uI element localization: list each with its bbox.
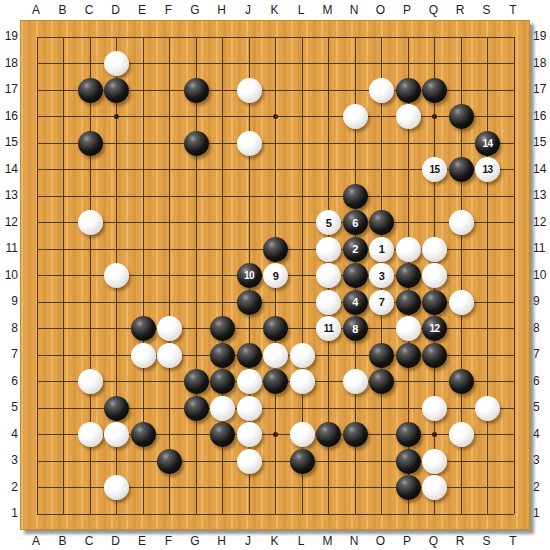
coordinate-label: Q — [421, 534, 447, 548]
coordinate-label: B — [50, 534, 76, 548]
move-number-label: 13 — [482, 164, 492, 175]
coordinate-label: 18 — [1, 56, 18, 70]
coordinate-label: 16 — [1, 109, 18, 123]
stone-black — [449, 369, 474, 394]
stone-black — [184, 369, 209, 394]
stone-black — [396, 449, 421, 474]
stone-black — [396, 475, 421, 500]
stone-black — [184, 396, 209, 421]
stone-white — [157, 316, 182, 341]
coordinate-label: F — [156, 534, 182, 548]
stone-white — [78, 210, 103, 235]
stone-white — [104, 422, 129, 447]
coordinate-label: Q — [421, 3, 447, 17]
coordinate-label: S — [474, 534, 500, 548]
stone-white — [78, 369, 103, 394]
coordinate-label: B — [50, 3, 76, 17]
stone-black — [184, 131, 209, 156]
coordinate-label: 10 — [1, 268, 18, 282]
stone-black: 8 — [343, 316, 368, 341]
stone-white — [237, 449, 262, 474]
stone-black — [369, 369, 394, 394]
coordinate-label: 9 — [1, 294, 18, 308]
stone-white — [422, 237, 447, 262]
stone-black — [104, 396, 129, 421]
coordinate-label: 8 — [1, 321, 18, 335]
stone-white: 9 — [263, 263, 288, 288]
coordinate-label: 10 — [533, 268, 550, 282]
coordinate-label: E — [129, 3, 155, 17]
stone-black — [131, 422, 156, 447]
coordinate-label: T — [500, 3, 526, 17]
coordinate-label: 15 — [533, 135, 550, 149]
stone-white — [422, 263, 447, 288]
stone-black — [449, 104, 474, 129]
stone-black — [343, 184, 368, 209]
stone-white — [237, 369, 262, 394]
stone-white: 13 — [475, 157, 500, 182]
stone-white — [263, 343, 288, 368]
stone-white — [131, 343, 156, 368]
coordinate-label: A — [23, 3, 49, 17]
stone-white — [449, 422, 474, 447]
stone-black — [210, 343, 235, 368]
stone-black — [131, 316, 156, 341]
coordinate-label: 4 — [1, 427, 18, 441]
stone-white: 5 — [316, 210, 341, 235]
coordinate-label: R — [447, 3, 473, 17]
coordinate-label: S — [474, 3, 500, 17]
stone-white: 7 — [369, 290, 394, 315]
stone-white — [237, 131, 262, 156]
stone-white — [422, 475, 447, 500]
coordinate-label: G — [182, 534, 208, 548]
coordinate-label: T — [500, 534, 526, 548]
stone-white — [237, 422, 262, 447]
coordinate-label: E — [129, 534, 155, 548]
stone-white — [237, 396, 262, 421]
stone-white — [449, 290, 474, 315]
stone-black: 4 — [343, 290, 368, 315]
stone-black — [237, 290, 262, 315]
coordinate-label: 6 — [533, 374, 550, 388]
coordinate-label: L — [288, 3, 314, 17]
coordinate-label: R — [447, 534, 473, 548]
star-point — [273, 432, 278, 437]
coordinate-label: H — [209, 534, 235, 548]
coordinate-label: H — [209, 3, 235, 17]
star-point — [273, 114, 278, 119]
move-number-label: 6 — [352, 217, 358, 229]
stone-black — [396, 263, 421, 288]
coordinate-label: P — [394, 3, 420, 17]
go-board[interactable]: 141513562110934711812 — [20, 20, 530, 530]
coordinate-label: 13 — [1, 188, 18, 202]
stone-white — [396, 316, 421, 341]
stone-black — [210, 316, 235, 341]
stone-black — [78, 131, 103, 156]
coordinate-label: O — [368, 3, 394, 17]
coordinate-label: 1 — [1, 506, 18, 520]
stone-white — [104, 475, 129, 500]
stone-black — [449, 157, 474, 182]
stone-white — [290, 369, 315, 394]
stone-black — [422, 78, 447, 103]
coordinate-label: 19 — [1, 29, 18, 43]
stone-black — [396, 422, 421, 447]
move-number-label: 2 — [352, 243, 358, 255]
stone-black: 14 — [475, 131, 500, 156]
stone-white: 3 — [369, 263, 394, 288]
coordinate-label: M — [315, 534, 341, 548]
coordinate-label: K — [262, 534, 288, 548]
stone-black — [237, 343, 262, 368]
stone-black — [396, 290, 421, 315]
stone-white — [210, 396, 235, 421]
coordinate-label: 3 — [1, 453, 18, 467]
stone-white: 15 — [422, 157, 447, 182]
stone-black — [157, 449, 182, 474]
star-point — [432, 432, 437, 437]
coordinate-label: 13 — [533, 188, 550, 202]
stone-white — [237, 78, 262, 103]
coordinate-label: P — [394, 534, 420, 548]
stone-black — [343, 422, 368, 447]
stone-white — [396, 237, 421, 262]
coordinate-label: J — [235, 534, 261, 548]
coordinate-label: F — [156, 3, 182, 17]
move-number-label: 10 — [244, 270, 254, 281]
stone-black — [343, 263, 368, 288]
coordinate-label: 17 — [533, 82, 550, 96]
stone-black — [316, 422, 341, 447]
coordinate-label: 6 — [1, 374, 18, 388]
stone-black — [78, 78, 103, 103]
stone-white — [316, 263, 341, 288]
coordinate-label: 4 — [533, 427, 550, 441]
coordinate-label: 3 — [533, 453, 550, 467]
coordinate-label: 14 — [1, 162, 18, 176]
coordinate-label: D — [103, 534, 129, 548]
coordinate-label: 12 — [533, 215, 550, 229]
move-number-label: 4 — [352, 296, 358, 308]
stone-black — [263, 369, 288, 394]
coordinate-label: C — [76, 534, 102, 548]
coordinate-label: 8 — [533, 321, 550, 335]
stone-white — [104, 263, 129, 288]
stone-white — [316, 237, 341, 262]
coordinate-label: 2 — [1, 480, 18, 494]
coordinate-label: G — [182, 3, 208, 17]
stone-black — [422, 290, 447, 315]
coordinate-label: 7 — [533, 347, 550, 361]
stone-black — [290, 449, 315, 474]
coordinate-label: K — [262, 3, 288, 17]
coordinate-label: 12 — [1, 215, 18, 229]
stone-white: 11 — [316, 316, 341, 341]
stone-black — [263, 316, 288, 341]
coordinate-label: L — [288, 534, 314, 548]
coordinate-label: 5 — [533, 400, 550, 414]
stone-white — [396, 104, 421, 129]
coordinate-label: 2 — [533, 480, 550, 494]
stone-white: 1 — [369, 237, 394, 262]
coordinate-label: 1 — [533, 506, 550, 520]
stone-black — [263, 237, 288, 262]
stone-white — [343, 369, 368, 394]
coordinate-label: 9 — [533, 294, 550, 308]
move-number-label: 14 — [482, 138, 492, 149]
stone-black — [210, 422, 235, 447]
stone-black — [396, 343, 421, 368]
coordinate-label: A — [23, 534, 49, 548]
move-number-label: 5 — [326, 217, 332, 229]
stone-black — [422, 343, 447, 368]
move-number-label: 12 — [429, 323, 439, 334]
stone-white — [422, 449, 447, 474]
coordinate-label: 11 — [1, 241, 18, 255]
coordinate-label: 7 — [1, 347, 18, 361]
stone-black — [210, 369, 235, 394]
coordinate-label: N — [341, 534, 367, 548]
coordinate-label: J — [235, 3, 261, 17]
stone-white — [157, 343, 182, 368]
stone-black — [396, 78, 421, 103]
stone-white — [104, 51, 129, 76]
move-number-label: 7 — [379, 296, 385, 308]
stone-black: 12 — [422, 316, 447, 341]
move-number-label: 8 — [352, 323, 358, 335]
stone-white — [343, 104, 368, 129]
stone-white — [78, 422, 103, 447]
star-point — [432, 114, 437, 119]
coordinate-label: O — [368, 534, 394, 548]
stone-white — [422, 396, 447, 421]
stone-white — [475, 396, 500, 421]
stone-white — [290, 343, 315, 368]
coordinate-label: 14 — [533, 162, 550, 176]
move-number-label: 9 — [273, 270, 279, 282]
stone-black: 2 — [343, 237, 368, 262]
stone-white — [449, 210, 474, 235]
coordinate-label: 19 — [533, 29, 550, 43]
stone-black — [369, 210, 394, 235]
stone-black — [104, 78, 129, 103]
move-number-label: 15 — [429, 164, 439, 175]
coordinate-label: 5 — [1, 400, 18, 414]
stone-black — [369, 343, 394, 368]
coordinate-label: 17 — [1, 82, 18, 96]
move-number-label: 3 — [379, 270, 385, 282]
coordinate-label: D — [103, 3, 129, 17]
coordinate-label: 18 — [533, 56, 550, 70]
coordinate-label: 16 — [533, 109, 550, 123]
coordinate-label: N — [341, 3, 367, 17]
star-point — [114, 114, 119, 119]
move-number-label: 11 — [324, 323, 334, 334]
stone-black: 10 — [237, 263, 262, 288]
stone-black — [184, 78, 209, 103]
go-board-diagram: ABCDEFGHJKLMNOPQRST ABCDEFGHJKLMNOPQRST … — [0, 0, 550, 550]
stone-white — [290, 422, 315, 447]
coordinate-label: 11 — [533, 241, 550, 255]
coordinate-label: C — [76, 3, 102, 17]
stone-white — [369, 78, 394, 103]
move-number-label: 1 — [379, 243, 385, 255]
coordinate-label: 15 — [1, 135, 18, 149]
stone-black: 6 — [343, 210, 368, 235]
coordinate-label: M — [315, 3, 341, 17]
stone-white — [316, 290, 341, 315]
